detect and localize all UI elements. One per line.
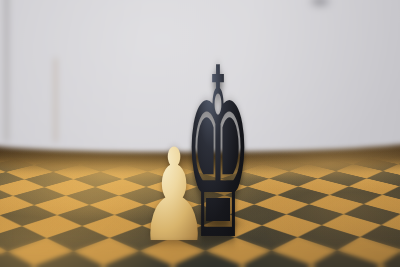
photo-scene: ♟ ♚ [0, 0, 400, 267]
wall-smudge [308, 0, 332, 7]
black-king[interactable]: ♚ [184, 37, 251, 267]
wall-trim-line [54, 58, 57, 142]
wall-corner-line [4, 0, 9, 142]
